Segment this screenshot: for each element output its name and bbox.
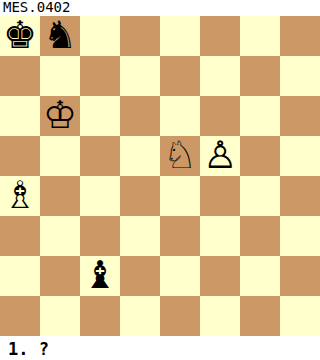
square-g1[interactable] xyxy=(240,296,280,336)
square-f6[interactable] xyxy=(200,96,240,136)
square-h1[interactable] xyxy=(280,296,320,336)
square-a5[interactable] xyxy=(0,136,40,176)
square-c5[interactable] xyxy=(80,136,120,176)
square-a8[interactable]: ♚ xyxy=(0,16,40,56)
square-f3[interactable] xyxy=(200,216,240,256)
square-d7[interactable] xyxy=(120,56,160,96)
square-h4[interactable] xyxy=(280,176,320,216)
chess-board: ♚♞♔♘♙♗♝ xyxy=(0,16,320,336)
white-pawn[interactable]: ♙ xyxy=(203,136,237,175)
square-g3[interactable] xyxy=(240,216,280,256)
square-b3[interactable] xyxy=(40,216,80,256)
square-c1[interactable] xyxy=(80,296,120,336)
square-b8[interactable]: ♞ xyxy=(40,16,80,56)
square-b2[interactable] xyxy=(40,256,80,296)
square-g7[interactable] xyxy=(240,56,280,96)
square-f4[interactable] xyxy=(200,176,240,216)
square-c4[interactable] xyxy=(80,176,120,216)
white-king[interactable]: ♔ xyxy=(43,96,77,135)
square-c8[interactable] xyxy=(80,16,120,56)
square-g8[interactable] xyxy=(240,16,280,56)
square-f5[interactable]: ♙ xyxy=(200,136,240,176)
square-e5[interactable]: ♘ xyxy=(160,136,200,176)
square-g5[interactable] xyxy=(240,136,280,176)
square-d8[interactable] xyxy=(120,16,160,56)
square-f7[interactable] xyxy=(200,56,240,96)
square-b1[interactable] xyxy=(40,296,80,336)
square-a6[interactable] xyxy=(0,96,40,136)
square-b4[interactable] xyxy=(40,176,80,216)
square-d2[interactable] xyxy=(120,256,160,296)
square-e8[interactable] xyxy=(160,16,200,56)
square-e4[interactable] xyxy=(160,176,200,216)
square-e6[interactable] xyxy=(160,96,200,136)
square-d5[interactable] xyxy=(120,136,160,176)
square-c7[interactable] xyxy=(80,56,120,96)
move-prompt: 1. ? xyxy=(0,336,320,360)
square-a4[interactable]: ♗ xyxy=(0,176,40,216)
square-h8[interactable] xyxy=(280,16,320,56)
square-a1[interactable] xyxy=(0,296,40,336)
chess-problem-screen: MES.0402 ♚♞♔♘♙♗♝ 1. ? xyxy=(0,0,320,360)
square-e7[interactable] xyxy=(160,56,200,96)
square-c2[interactable]: ♝ xyxy=(80,256,120,296)
square-e1[interactable] xyxy=(160,296,200,336)
square-f1[interactable] xyxy=(200,296,240,336)
square-c6[interactable] xyxy=(80,96,120,136)
square-d6[interactable] xyxy=(120,96,160,136)
square-h2[interactable] xyxy=(280,256,320,296)
square-e2[interactable] xyxy=(160,256,200,296)
square-h7[interactable] xyxy=(280,56,320,96)
square-c3[interactable] xyxy=(80,216,120,256)
black-king[interactable]: ♚ xyxy=(3,16,37,55)
square-f8[interactable] xyxy=(200,16,240,56)
square-d3[interactable] xyxy=(120,216,160,256)
square-d4[interactable] xyxy=(120,176,160,216)
square-h3[interactable] xyxy=(280,216,320,256)
white-bishop[interactable]: ♗ xyxy=(3,176,37,215)
square-g6[interactable] xyxy=(240,96,280,136)
square-h6[interactable] xyxy=(280,96,320,136)
problem-id-label: MES.0402 xyxy=(0,0,320,16)
square-b7[interactable] xyxy=(40,56,80,96)
square-d1[interactable] xyxy=(120,296,160,336)
square-a2[interactable] xyxy=(0,256,40,296)
black-bishop[interactable]: ♝ xyxy=(83,256,117,295)
square-h5[interactable] xyxy=(280,136,320,176)
square-b5[interactable] xyxy=(40,136,80,176)
square-g2[interactable] xyxy=(240,256,280,296)
square-f2[interactable] xyxy=(200,256,240,296)
white-knight[interactable]: ♘ xyxy=(163,136,197,175)
black-knight[interactable]: ♞ xyxy=(43,16,77,55)
square-b6[interactable]: ♔ xyxy=(40,96,80,136)
square-a3[interactable] xyxy=(0,216,40,256)
square-e3[interactable] xyxy=(160,216,200,256)
square-a7[interactable] xyxy=(0,56,40,96)
square-g4[interactable] xyxy=(240,176,280,216)
